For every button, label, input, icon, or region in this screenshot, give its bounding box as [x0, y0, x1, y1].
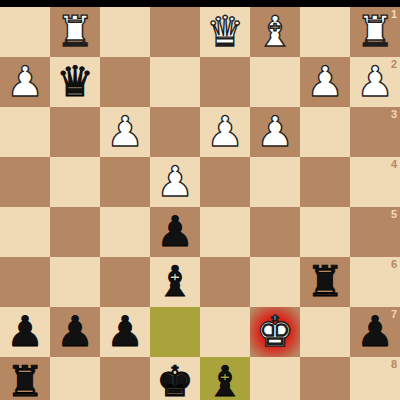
square-a7[interactable]: ♟7 — [350, 307, 400, 357]
rank-label-5: 5 — [391, 209, 397, 220]
square-g6[interactable] — [50, 257, 100, 307]
white-pawn[interactable]: ♟ — [150, 157, 200, 207]
black-pawn[interactable]: ♟ — [50, 307, 100, 357]
square-f6[interactable] — [100, 257, 150, 307]
square-f7[interactable]: ♟ — [100, 307, 150, 357]
square-e4[interactable]: ♟ — [150, 157, 200, 207]
square-e6[interactable]: ♝ — [150, 257, 200, 307]
square-b1[interactable] — [300, 7, 350, 57]
square-e5[interactable]: ♟ — [150, 207, 200, 257]
rank-label-7: 7 — [391, 309, 397, 320]
black-queen[interactable]: ♛ — [50, 57, 100, 107]
square-b7[interactable] — [300, 307, 350, 357]
square-c3[interactable]: ♟ — [250, 107, 300, 157]
white-king[interactable]: ♚ — [250, 307, 300, 357]
black-rook[interactable]: ♜ — [300, 257, 350, 307]
square-d2[interactable] — [200, 57, 250, 107]
square-e7[interactable] — [150, 307, 200, 357]
square-h2[interactable]: ♟ — [0, 57, 50, 107]
square-h3[interactable] — [0, 107, 50, 157]
square-g4[interactable] — [50, 157, 100, 207]
square-d6[interactable] — [200, 257, 250, 307]
chess-board: ♜♛♝♜1♟♛♟♟2♟♟♟3♟4♟5♝♜6♟♟♟♚♟7♜♚♝8 — [0, 7, 400, 400]
square-a4[interactable]: 4 — [350, 157, 400, 207]
square-h1[interactable] — [0, 7, 50, 57]
square-b4[interactable] — [300, 157, 350, 207]
square-f1[interactable] — [100, 7, 150, 57]
square-d7[interactable] — [200, 307, 250, 357]
square-g3[interactable] — [50, 107, 100, 157]
square-e3[interactable] — [150, 107, 200, 157]
square-d5[interactable] — [200, 207, 250, 257]
square-c2[interactable] — [250, 57, 300, 107]
square-h5[interactable] — [0, 207, 50, 257]
square-d1[interactable]: ♛ — [200, 7, 250, 57]
square-f2[interactable] — [100, 57, 150, 107]
white-pawn[interactable]: ♟ — [300, 57, 350, 107]
black-pawn[interactable]: ♟ — [100, 307, 150, 357]
square-a3[interactable]: 3 — [350, 107, 400, 157]
square-c1[interactable]: ♝ — [250, 7, 300, 57]
square-g5[interactable] — [50, 207, 100, 257]
square-e2[interactable] — [150, 57, 200, 107]
white-pawn[interactable]: ♟ — [0, 57, 50, 107]
square-b8[interactable] — [300, 357, 350, 400]
square-d8[interactable]: ♝ — [200, 357, 250, 400]
square-h8[interactable]: ♜ — [0, 357, 50, 400]
white-queen[interactable]: ♛ — [200, 7, 250, 57]
square-e1[interactable] — [150, 7, 200, 57]
square-h4[interactable] — [0, 157, 50, 207]
square-g7[interactable]: ♟ — [50, 307, 100, 357]
black-bishop[interactable]: ♝ — [150, 257, 200, 307]
square-a8[interactable]: 8 — [350, 357, 400, 400]
square-f8[interactable] — [100, 357, 150, 400]
square-h7[interactable]: ♟ — [0, 307, 50, 357]
white-rook[interactable]: ♜ — [50, 7, 100, 57]
square-f5[interactable] — [100, 207, 150, 257]
square-d4[interactable] — [200, 157, 250, 207]
white-pawn[interactable]: ♟ — [200, 107, 250, 157]
black-pawn[interactable]: ♟ — [150, 207, 200, 257]
square-f3[interactable]: ♟ — [100, 107, 150, 157]
square-c7[interactable]: ♚ — [250, 307, 300, 357]
square-g2[interactable]: ♛ — [50, 57, 100, 107]
white-pawn[interactable]: ♟ — [250, 107, 300, 157]
rank-label-8: 8 — [391, 359, 397, 370]
black-king[interactable]: ♚ — [150, 357, 200, 400]
square-a6[interactable]: 6 — [350, 257, 400, 307]
white-pawn[interactable]: ♟ — [100, 107, 150, 157]
chess-app-screen: ♜♛♝♜1♟♛♟♟2♟♟♟3♟4♟5♝♜6♟♟♟♚♟7♜♚♝8 — [0, 0, 400, 400]
square-a2[interactable]: ♟2 — [350, 57, 400, 107]
black-pawn[interactable]: ♟ — [0, 307, 50, 357]
white-bishop[interactable]: ♝ — [250, 7, 300, 57]
square-d3[interactable]: ♟ — [200, 107, 250, 157]
black-bishop[interactable]: ♝ — [200, 357, 250, 400]
square-g1[interactable]: ♜ — [50, 7, 100, 57]
letterbox-top-bar — [0, 0, 400, 7]
square-c5[interactable] — [250, 207, 300, 257]
square-f4[interactable] — [100, 157, 150, 207]
rank-label-3: 3 — [391, 109, 397, 120]
square-h6[interactable] — [0, 257, 50, 307]
rank-label-4: 4 — [391, 159, 397, 170]
square-a5[interactable]: 5 — [350, 207, 400, 257]
square-b2[interactable]: ♟ — [300, 57, 350, 107]
square-b6[interactable]: ♜ — [300, 257, 350, 307]
square-e8[interactable]: ♚ — [150, 357, 200, 400]
rank-label-2: 2 — [391, 59, 397, 70]
square-c4[interactable] — [250, 157, 300, 207]
black-rook[interactable]: ♜ — [0, 357, 50, 400]
square-c6[interactable] — [250, 257, 300, 307]
rank-label-1: 1 — [391, 9, 397, 20]
square-b5[interactable] — [300, 207, 350, 257]
square-a1[interactable]: ♜1 — [350, 7, 400, 57]
rank-label-6: 6 — [391, 259, 397, 270]
square-c8[interactable] — [250, 357, 300, 400]
square-g8[interactable] — [50, 357, 100, 400]
square-b3[interactable] — [300, 107, 350, 157]
